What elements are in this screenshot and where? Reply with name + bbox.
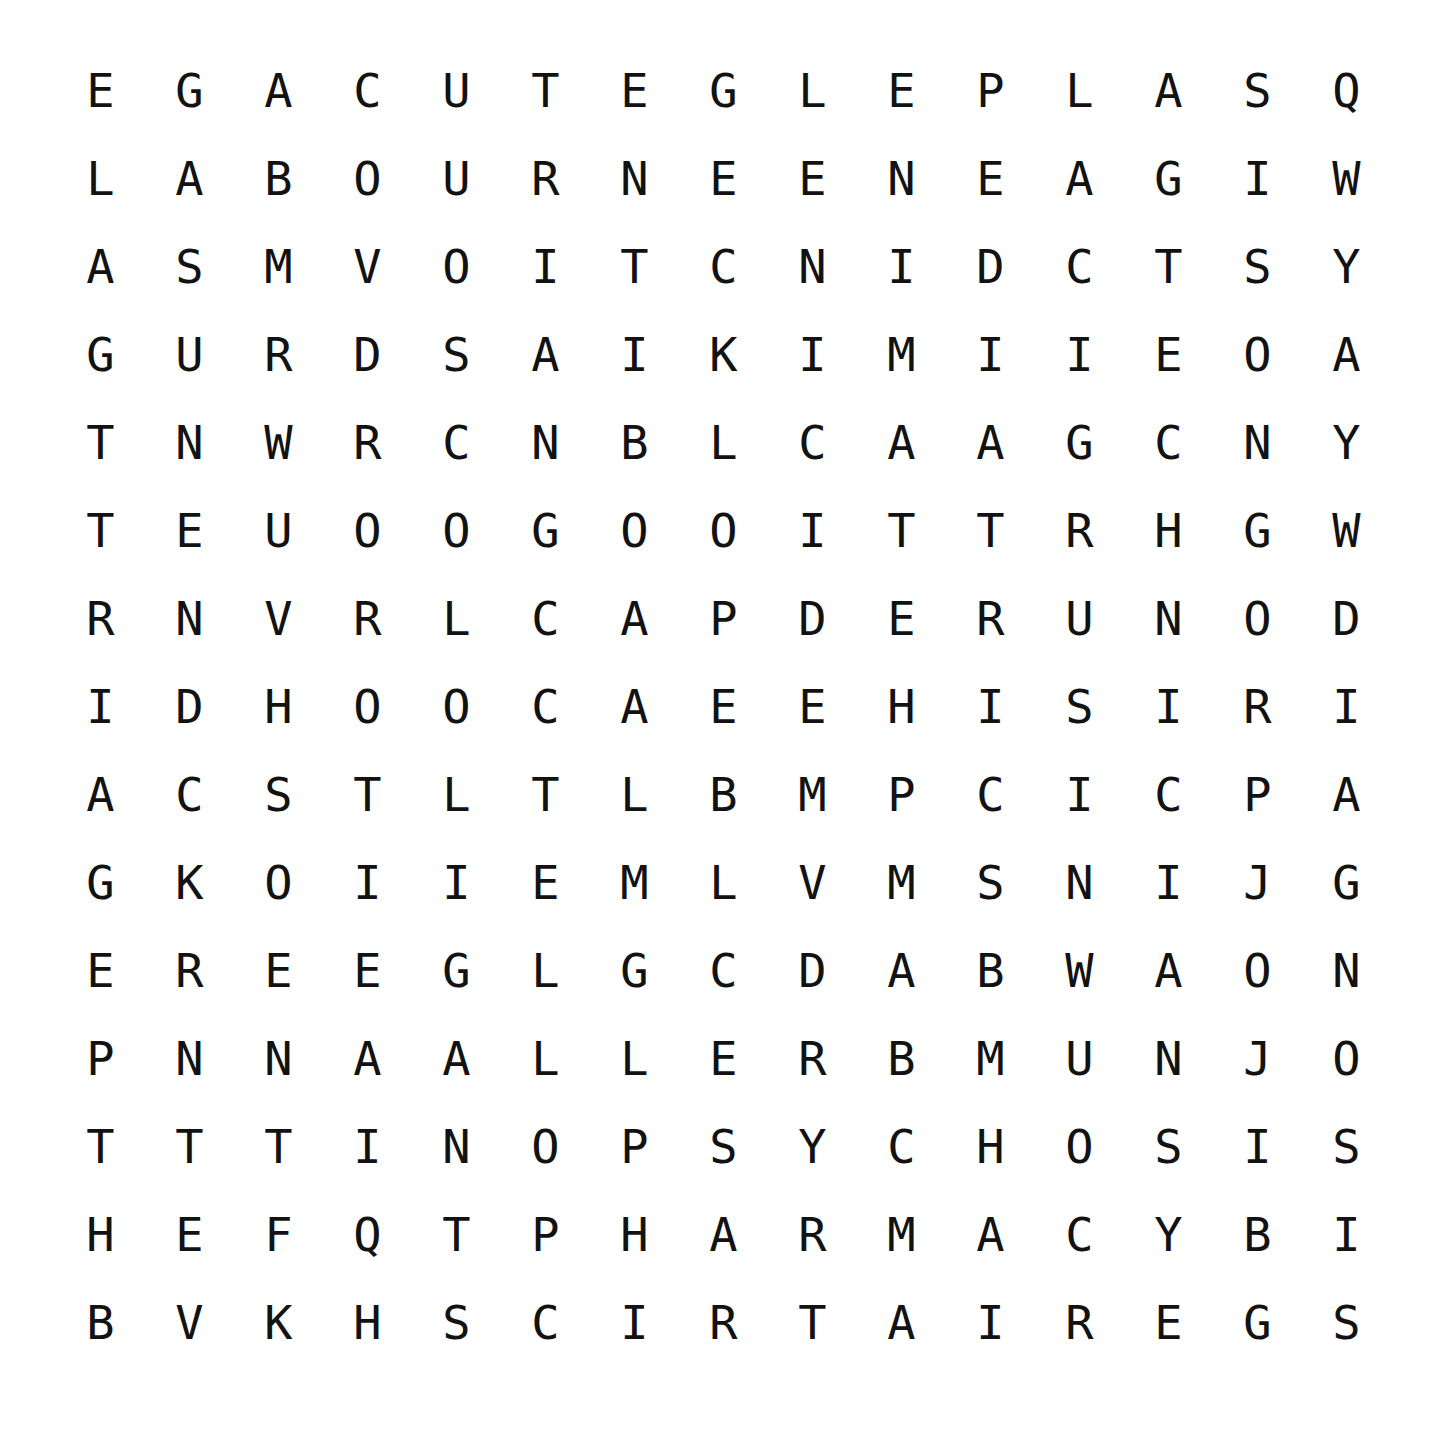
grid-cell[interactable]: O [1213,310,1302,398]
grid-cell[interactable]: D [323,310,412,398]
grid-cell[interactable]: C [946,750,1035,838]
grid-cell[interactable]: L [768,46,857,134]
grid-cell[interactable]: C [679,222,768,310]
grid-cell[interactable]: G [1213,1278,1302,1366]
grid-cell[interactable]: O [234,838,323,926]
grid-cell[interactable]: C [679,926,768,1014]
grid-cell[interactable]: R [234,310,323,398]
grid-cell[interactable]: F [234,1190,323,1278]
grid-cell[interactable]: R [323,398,412,486]
grid-cell[interactable]: W [1035,926,1124,1014]
grid-cell[interactable]: N [145,1014,234,1102]
grid-cell[interactable]: I [1124,662,1213,750]
grid-cell[interactable]: N [501,398,590,486]
grid-cell[interactable]: W [1302,486,1391,574]
grid-cell[interactable]: O [1035,1102,1124,1190]
grid-cell[interactable]: B [1213,1190,1302,1278]
grid-cell[interactable]: C [1035,1190,1124,1278]
grid-cell[interactable]: U [145,310,234,398]
grid-cell[interactable]: O [323,486,412,574]
grid-cell[interactable]: I [1213,134,1302,222]
grid-cell[interactable]: G [56,310,145,398]
grid-cell[interactable]: N [768,222,857,310]
grid-cell[interactable]: G [412,926,501,1014]
grid-cell[interactable]: T [1124,222,1213,310]
grid-cell[interactable]: N [590,134,679,222]
grid-cell[interactable]: A [56,750,145,838]
grid-cell[interactable]: L [501,1014,590,1102]
grid-cell[interactable]: O [412,486,501,574]
grid-cell[interactable]: B [946,926,1035,1014]
grid-cell[interactable]: T [501,750,590,838]
grid-cell[interactable]: D [1302,574,1391,662]
grid-cell[interactable]: H [1124,486,1213,574]
grid-cell[interactable]: L [412,750,501,838]
grid-cell[interactable]: V [323,222,412,310]
grid-cell[interactable]: T [768,1278,857,1366]
grid-cell[interactable]: T [412,1190,501,1278]
grid-cell[interactable]: C [501,662,590,750]
grid-cell[interactable]: U [412,134,501,222]
grid-cell[interactable]: H [946,1102,1035,1190]
grid-cell[interactable]: G [1124,134,1213,222]
grid-cell[interactable]: A [145,134,234,222]
grid-cell[interactable]: H [323,1278,412,1366]
grid-cell[interactable]: A [412,1014,501,1102]
grid-cell[interactable]: Q [323,1190,412,1278]
grid-cell[interactable]: W [234,398,323,486]
word-search-grid: EGACUTEGLEPLASQLABOURNEENEAGIWASMVOITCNI… [0,0,1440,1366]
grid-cell[interactable]: N [145,574,234,662]
grid-cell[interactable]: O [1302,1014,1391,1102]
grid-cell[interactable]: T [590,222,679,310]
grid-cell[interactable]: A [857,1278,946,1366]
grid-cell[interactable]: S [1213,46,1302,134]
grid-cell[interactable]: U [1035,1014,1124,1102]
grid-cell[interactable]: A [1035,134,1124,222]
grid-cell[interactable]: A [679,1190,768,1278]
grid-cell[interactable]: R [56,574,145,662]
grid-cell[interactable]: R [1035,486,1124,574]
grid-cell[interactable]: A [56,222,145,310]
grid-cell[interactable]: O [1213,926,1302,1014]
grid-cell[interactable]: O [1213,574,1302,662]
grid-cell[interactable]: O [323,662,412,750]
grid-cell[interactable]: G [1035,398,1124,486]
grid-cell[interactable]: H [590,1190,679,1278]
grid-cell[interactable]: I [1035,750,1124,838]
grid-cell[interactable]: V [234,574,323,662]
grid-cell[interactable]: M [857,838,946,926]
grid-cell[interactable]: I [1035,310,1124,398]
grid-cell[interactable]: C [323,46,412,134]
grid-cell[interactable]: C [1124,398,1213,486]
grid-cell[interactable]: U [412,46,501,134]
grid-cell[interactable]: I [1302,1190,1391,1278]
grid-cell[interactable]: T [56,486,145,574]
grid-cell[interactable]: E [145,1190,234,1278]
grid-cell[interactable]: S [946,838,1035,926]
grid-cell[interactable]: E [1124,310,1213,398]
grid-cell[interactable]: E [590,46,679,134]
grid-cell[interactable]: M [590,838,679,926]
grid-cell[interactable]: A [1124,926,1213,1014]
grid-cell[interactable]: S [1302,1278,1391,1366]
grid-cell[interactable]: E [768,662,857,750]
grid-cell[interactable]: N [412,1102,501,1190]
grid-cell[interactable]: O [412,222,501,310]
grid-cell[interactable]: M [857,1190,946,1278]
grid-cell[interactable]: J [1213,1014,1302,1102]
grid-cell[interactable]: N [1124,1014,1213,1102]
grid-cell[interactable]: R [145,926,234,1014]
grid-cell[interactable]: E [857,574,946,662]
grid-cell[interactable]: K [234,1278,323,1366]
grid-cell[interactable]: L [590,750,679,838]
grid-cell[interactable]: C [857,1102,946,1190]
grid-cell[interactable]: N [1213,398,1302,486]
grid-cell[interactable]: S [412,1278,501,1366]
grid-cell[interactable]: H [56,1190,145,1278]
grid-cell[interactable]: S [234,750,323,838]
grid-cell[interactable]: L [501,926,590,1014]
grid-cell[interactable]: R [1035,1278,1124,1366]
grid-cell[interactable]: U [234,486,323,574]
grid-cell[interactable]: L [590,1014,679,1102]
grid-cell[interactable]: A [1302,750,1391,838]
grid-cell[interactable]: S [412,310,501,398]
grid-cell[interactable]: C [501,574,590,662]
grid-cell[interactable]: L [412,574,501,662]
grid-cell[interactable]: T [56,398,145,486]
grid-cell[interactable]: C [145,750,234,838]
grid-cell[interactable]: R [1213,662,1302,750]
grid-cell[interactable]: A [946,398,1035,486]
grid-cell[interactable]: G [1302,838,1391,926]
grid-cell[interactable]: P [56,1014,145,1102]
grid-cell[interactable]: Y [1124,1190,1213,1278]
grid-cell[interactable]: E [679,1014,768,1102]
grid-cell[interactable]: A [1302,310,1391,398]
grid-cell[interactable]: B [56,1278,145,1366]
grid-cell[interactable]: E [768,134,857,222]
grid-cell[interactable]: T [857,486,946,574]
grid-cell[interactable]: S [1035,662,1124,750]
grid-cell[interactable]: O [679,486,768,574]
grid-cell[interactable]: I [56,662,145,750]
grid-cell[interactable]: D [768,574,857,662]
grid-cell[interactable]: R [323,574,412,662]
grid-cell[interactable]: S [1124,1102,1213,1190]
grid-cell[interactable]: L [679,398,768,486]
grid-cell[interactable]: N [1035,838,1124,926]
grid-cell[interactable]: K [145,838,234,926]
grid-cell[interactable]: B [857,1014,946,1102]
grid-cell[interactable]: I [323,1102,412,1190]
grid-cell[interactable]: H [234,662,323,750]
grid-cell[interactable]: A [323,1014,412,1102]
grid-cell[interactable]: U [1035,574,1124,662]
grid-cell[interactable]: R [946,574,1035,662]
grid-cell[interactable]: B [590,398,679,486]
grid-cell[interactable]: I [1124,838,1213,926]
grid-cell[interactable]: O [501,1102,590,1190]
grid-cell[interactable]: G [501,486,590,574]
grid-cell[interactable]: E [679,662,768,750]
grid-cell[interactable]: C [1124,750,1213,838]
grid-cell[interactable]: A [1124,46,1213,134]
grid-cell[interactable]: C [768,398,857,486]
grid-cell[interactable]: V [768,838,857,926]
grid-cell[interactable]: E [501,838,590,926]
grid-cell[interactable]: N [857,134,946,222]
grid-cell[interactable]: A [946,1190,1035,1278]
grid-cell[interactable]: A [590,574,679,662]
grid-cell[interactable]: G [590,926,679,1014]
grid-cell[interactable]: P [946,46,1035,134]
grid-cell[interactable]: Q [1302,46,1391,134]
grid-cell[interactable]: N [145,398,234,486]
grid-cell[interactable]: E [145,486,234,574]
grid-cell[interactable]: I [1213,1102,1302,1190]
grid-cell[interactable]: M [768,750,857,838]
grid-cell[interactable]: M [234,222,323,310]
grid-cell[interactable]: A [857,398,946,486]
grid-cell[interactable]: D [768,926,857,1014]
grid-cell[interactable]: A [234,46,323,134]
grid-cell[interactable]: P [857,750,946,838]
grid-cell[interactable]: E [234,926,323,1014]
grid-cell[interactable]: Y [768,1102,857,1190]
grid-cell[interactable]: I [946,1278,1035,1366]
grid-cell[interactable]: I [590,310,679,398]
grid-cell[interactable]: C [1035,222,1124,310]
grid-cell[interactable]: N [1124,574,1213,662]
grid-cell[interactable]: I [501,222,590,310]
grid-cell[interactable]: E [857,46,946,134]
grid-cell[interactable]: I [1302,662,1391,750]
grid-cell[interactable]: P [1213,750,1302,838]
grid-cell[interactable]: L [679,838,768,926]
grid-cell[interactable]: S [145,222,234,310]
grid-cell[interactable]: T [501,46,590,134]
grid-cell[interactable]: Y [1302,398,1391,486]
grid-cell[interactable]: T [234,1102,323,1190]
grid-cell[interactable]: I [946,662,1035,750]
grid-cell[interactable]: N [1302,926,1391,1014]
grid-cell[interactable]: O [323,134,412,222]
grid-cell[interactable]: P [679,574,768,662]
grid-cell[interactable]: V [145,1278,234,1366]
grid-cell[interactable]: I [323,838,412,926]
grid-cell[interactable]: T [323,750,412,838]
grid-cell[interactable]: E [56,926,145,1014]
grid-cell[interactable]: L [1035,46,1124,134]
grid-cell[interactable]: I [590,1278,679,1366]
grid-cell[interactable]: O [412,662,501,750]
grid-cell[interactable]: E [1124,1278,1213,1366]
grid-cell[interactable]: G [145,46,234,134]
grid-cell[interactable]: R [768,1190,857,1278]
grid-cell[interactable]: D [145,662,234,750]
grid-cell[interactable]: R [768,1014,857,1102]
grid-cell[interactable]: B [679,750,768,838]
grid-cell[interactable]: I [946,310,1035,398]
grid-cell[interactable]: I [857,222,946,310]
grid-cell[interactable]: C [501,1278,590,1366]
grid-cell[interactable]: K [679,310,768,398]
grid-cell[interactable]: P [590,1102,679,1190]
grid-cell[interactable]: Y [1302,222,1391,310]
grid-cell[interactable]: G [1213,486,1302,574]
grid-cell[interactable]: S [679,1102,768,1190]
grid-cell[interactable]: E [679,134,768,222]
grid-cell[interactable]: C [412,398,501,486]
grid-cell[interactable]: G [679,46,768,134]
grid-cell[interactable]: E [946,134,1035,222]
grid-cell[interactable]: S [1302,1102,1391,1190]
grid-cell[interactable]: E [56,46,145,134]
grid-cell[interactable]: O [590,486,679,574]
grid-cell[interactable]: M [857,310,946,398]
grid-cell[interactable]: S [1213,222,1302,310]
grid-cell[interactable]: B [234,134,323,222]
grid-cell[interactable]: T [56,1102,145,1190]
grid-cell[interactable]: H [857,662,946,750]
grid-cell[interactable]: A [501,310,590,398]
grid-cell[interactable]: A [590,662,679,750]
grid-cell[interactable]: L [56,134,145,222]
grid-cell[interactable]: J [1213,838,1302,926]
grid-cell[interactable]: P [501,1190,590,1278]
grid-cell[interactable]: R [501,134,590,222]
grid-cell[interactable]: G [56,838,145,926]
grid-cell[interactable]: E [323,926,412,1014]
grid-cell[interactable]: A [857,926,946,1014]
grid-cell[interactable]: I [768,310,857,398]
grid-cell[interactable]: T [946,486,1035,574]
grid-cell[interactable]: T [145,1102,234,1190]
grid-cell[interactable]: N [234,1014,323,1102]
grid-cell[interactable]: I [768,486,857,574]
grid-cell[interactable]: M [946,1014,1035,1102]
grid-cell[interactable]: D [946,222,1035,310]
grid-cell[interactable]: W [1302,134,1391,222]
grid-cell[interactable]: I [412,838,501,926]
grid-cell[interactable]: R [679,1278,768,1366]
